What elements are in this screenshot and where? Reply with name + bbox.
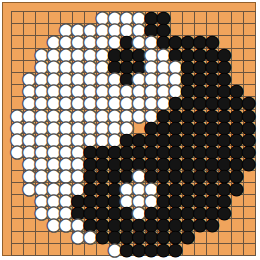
board-cell-empty[interactable] bbox=[243, 169, 255, 181]
board-cell-empty[interactable] bbox=[243, 11, 255, 23]
board-cell-empty[interactable] bbox=[243, 23, 255, 35]
board-cell-empty[interactable] bbox=[182, 243, 194, 255]
board-cell[interactable]: ● bbox=[182, 230, 194, 242]
board-cell-empty[interactable] bbox=[243, 72, 255, 84]
board-cell-empty[interactable] bbox=[243, 206, 255, 218]
board-cell-empty[interactable] bbox=[243, 48, 255, 60]
board-cell-empty[interactable] bbox=[206, 230, 218, 242]
board-cell-empty[interactable] bbox=[218, 218, 230, 230]
board-cell-empty[interactable] bbox=[243, 194, 255, 206]
board-cell-empty[interactable] bbox=[230, 230, 242, 242]
board-cell-empty[interactable] bbox=[11, 243, 23, 255]
screenshot: ●●●●●●●●●●●●●●●●●●●●●●●●●●●●●●●●●●●●●●●●… bbox=[0, 0, 260, 260]
board-cell-empty[interactable] bbox=[11, 23, 23, 35]
board-cell-empty[interactable] bbox=[218, 243, 230, 255]
board-cell-empty[interactable] bbox=[169, 11, 181, 23]
board-cell-empty[interactable] bbox=[11, 35, 23, 47]
board-cell[interactable]: ● bbox=[230, 182, 242, 194]
board-cell-empty[interactable] bbox=[23, 23, 35, 35]
board-cell-empty[interactable] bbox=[206, 11, 218, 23]
board-cell-empty[interactable] bbox=[60, 243, 72, 255]
board-cell-empty[interactable] bbox=[218, 230, 230, 242]
board-cell-empty[interactable] bbox=[11, 48, 23, 60]
board-cell-empty[interactable] bbox=[48, 243, 60, 255]
board-cell-empty[interactable] bbox=[11, 11, 23, 23]
board-cell-empty[interactable] bbox=[23, 243, 35, 255]
board-cell-empty[interactable] bbox=[243, 182, 255, 194]
go-board: ●●●●●●●●●●●●●●●●●●●●●●●●●●●●●●●●●●●●●●●●… bbox=[2, 2, 256, 256]
board-cell-empty[interactable] bbox=[230, 48, 242, 60]
board-cell-empty[interactable] bbox=[230, 218, 242, 230]
board-cell-empty[interactable] bbox=[72, 243, 84, 255]
board-cell-empty[interactable] bbox=[11, 230, 23, 242]
board-cell-empty[interactable] bbox=[230, 206, 242, 218]
board-cell-empty[interactable] bbox=[230, 194, 242, 206]
board-cell-empty[interactable] bbox=[194, 11, 206, 23]
board-cell-empty[interactable] bbox=[218, 23, 230, 35]
board-cell-empty[interactable] bbox=[194, 243, 206, 255]
board-cell-empty[interactable] bbox=[243, 60, 255, 72]
board-cell-empty[interactable] bbox=[230, 23, 242, 35]
board-cell-empty[interactable] bbox=[243, 243, 255, 255]
board-cell-empty[interactable] bbox=[11, 218, 23, 230]
board-cell-empty[interactable] bbox=[23, 218, 35, 230]
board-cell-empty[interactable] bbox=[230, 11, 242, 23]
board-cell[interactable]: ● bbox=[206, 218, 218, 230]
board-cell[interactable]: ● bbox=[169, 243, 181, 255]
board-cell-empty[interactable] bbox=[84, 243, 96, 255]
board-cell[interactable]: ● bbox=[243, 157, 255, 169]
board-cell-empty[interactable] bbox=[243, 35, 255, 47]
board-cell-empty[interactable] bbox=[35, 11, 47, 23]
board-cell-empty[interactable] bbox=[35, 230, 47, 242]
board-cell-empty[interactable] bbox=[230, 35, 242, 47]
board-cell-empty[interactable] bbox=[35, 243, 47, 255]
board-cell-empty[interactable] bbox=[182, 11, 194, 23]
board-cell[interactable]: ● bbox=[218, 206, 230, 218]
board-cell-empty[interactable] bbox=[206, 243, 218, 255]
board-cell-empty[interactable] bbox=[230, 60, 242, 72]
board-cell-empty[interactable] bbox=[243, 230, 255, 242]
board-cell-empty[interactable] bbox=[23, 230, 35, 242]
board-cell-empty[interactable] bbox=[11, 194, 23, 206]
board-cell-empty[interactable] bbox=[48, 230, 60, 242]
board-cell-empty[interactable] bbox=[23, 11, 35, 23]
board-cell-empty[interactable] bbox=[243, 218, 255, 230]
board-cell-empty[interactable] bbox=[218, 11, 230, 23]
board-cell-empty[interactable] bbox=[230, 243, 242, 255]
board-cells: ●●●●●●●●●●●●●●●●●●●●●●●●●●●●●●●●●●●●●●●●… bbox=[11, 11, 255, 255]
board-cell-empty[interactable] bbox=[11, 206, 23, 218]
board-cell-empty[interactable] bbox=[194, 230, 206, 242]
